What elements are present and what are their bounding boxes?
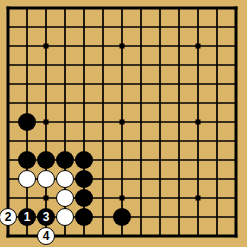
intersection-c2-r12[interactable]: 1 [18,208,37,227]
intersection-c2-r9[interactable] [18,151,37,170]
intersection-c5-r13[interactable] [75,227,94,246]
intersection-c4-r5[interactable] [56,75,75,94]
move-number-label: 3 [43,211,50,223]
intersection-c6-r7[interactable] [94,113,113,132]
intersection-c13-r4[interactable] [227,56,246,75]
intersection-c5-r2[interactable] [75,18,94,37]
intersection-c9-r2[interactable] [151,18,170,37]
intersection-c10-r11[interactable] [170,189,189,208]
intersection-c6-r8[interactable] [94,132,113,151]
intersection-c11-r9[interactable] [189,151,208,170]
move-number-label: 4 [43,230,50,242]
intersection-c3-r10[interactable] [37,170,56,189]
intersection-c10-r1[interactable] [170,0,189,18]
intersection-c1-r8[interactable] [0,132,18,151]
intersection-c3-r13[interactable]: 4 [37,227,56,246]
intersection-c7-r12[interactable] [113,208,132,227]
intersection-c1-r1[interactable] [0,0,18,18]
intersection-c5-r3[interactable] [75,37,94,56]
intersection-c9-r12[interactable] [151,208,170,227]
intersection-c10-r13[interactable] [170,227,189,246]
intersection-c9-r11[interactable] [151,189,170,208]
intersection-c9-r10[interactable] [151,170,170,189]
intersection-c12-r13[interactable] [208,227,227,246]
intersection-c13-r10[interactable] [227,170,246,189]
intersection-c4-r10[interactable] [56,170,75,189]
intersection-c4-r13[interactable] [56,227,75,246]
intersection-c7-r6[interactable] [113,94,132,113]
black-stone [113,208,131,226]
intersection-c3-r8[interactable] [37,132,56,151]
intersection-c8-r4[interactable] [132,56,151,75]
intersection-c13-r12[interactable] [227,208,246,227]
intersection-c3-r6[interactable] [37,94,56,113]
intersection-c3-r4[interactable] [37,56,56,75]
intersection-c1-r4[interactable] [0,56,18,75]
intersection-c9-r3[interactable] [151,37,170,56]
intersection-c5-r4[interactable] [75,56,94,75]
black-stone-move-1: 1 [18,208,36,226]
board-intersections: 2134 [0,0,246,246]
intersection-c11-r11[interactable] [189,189,208,208]
intersection-c5-r1[interactable] [75,0,94,18]
intersection-c10-r7[interactable] [170,113,189,132]
intersection-c7-r1[interactable] [113,0,132,18]
intersection-c8-r8[interactable] [132,132,151,151]
intersection-c6-r3[interactable] [94,37,113,56]
intersection-c8-r7[interactable] [132,113,151,132]
intersection-c1-r13[interactable] [0,227,18,246]
intersection-c12-r2[interactable] [208,18,227,37]
intersection-c10-r2[interactable] [170,18,189,37]
intersection-c1-r3[interactable] [0,37,18,56]
intersection-c9-r7[interactable] [151,113,170,132]
intersection-c8-r1[interactable] [132,0,151,18]
intersection-c10-r3[interactable] [170,37,189,56]
intersection-c8-r3[interactable] [132,37,151,56]
intersection-c6-r9[interactable] [94,151,113,170]
intersection-c4-r11[interactable] [56,189,75,208]
intersection-c3-r12[interactable]: 3 [37,208,56,227]
intersection-c10-r10[interactable] [170,170,189,189]
intersection-c11-r3[interactable] [189,37,208,56]
intersection-c8-r9[interactable] [132,151,151,170]
intersection-c6-r1[interactable] [94,0,113,18]
intersection-c2-r2[interactable] [18,18,37,37]
intersection-c11-r7[interactable] [189,113,208,132]
intersection-c7-r11[interactable] [113,189,132,208]
intersection-c10-r12[interactable] [170,208,189,227]
intersection-c4-r8[interactable] [56,132,75,151]
intersection-c10-r9[interactable] [170,151,189,170]
intersection-c8-r10[interactable] [132,170,151,189]
intersection-c6-r12[interactable] [94,208,113,227]
intersection-c2-r1[interactable] [18,0,37,18]
intersection-c4-r4[interactable] [56,56,75,75]
intersection-c9-r5[interactable] [151,75,170,94]
intersection-c6-r10[interactable] [94,170,113,189]
intersection-c2-r5[interactable] [18,75,37,94]
intersection-c2-r3[interactable] [18,37,37,56]
intersection-c8-r13[interactable] [132,227,151,246]
intersection-c5-r6[interactable] [75,94,94,113]
black-stone [37,151,55,169]
intersection-c13-r1[interactable] [227,0,246,18]
intersection-c13-r9[interactable] [227,151,246,170]
intersection-c2-r11[interactable] [18,189,37,208]
intersection-c12-r1[interactable] [208,0,227,18]
intersection-c4-r2[interactable] [56,18,75,37]
intersection-c11-r2[interactable] [189,18,208,37]
intersection-c12-r12[interactable] [208,208,227,227]
intersection-c8-r12[interactable] [132,208,151,227]
black-stone [18,151,36,169]
intersection-c6-r5[interactable] [94,75,113,94]
intersection-c12-r5[interactable] [208,75,227,94]
intersection-c6-r11[interactable] [94,189,113,208]
intersection-c11-r1[interactable] [189,0,208,18]
black-stone [18,113,36,131]
intersection-c13-r5[interactable] [227,75,246,94]
intersection-c9-r6[interactable] [151,94,170,113]
move-number-label: 2 [5,211,12,223]
intersection-c8-r5[interactable] [132,75,151,94]
intersection-c3-r1[interactable] [37,0,56,18]
intersection-c1-r10[interactable] [0,170,18,189]
black-stone-move-3: 3 [37,208,55,226]
intersection-c11-r12[interactable] [189,208,208,227]
intersection-c8-r11[interactable] [132,189,151,208]
intersection-c2-r10[interactable] [18,170,37,189]
intersection-c3-r9[interactable] [37,151,56,170]
intersection-c1-r7[interactable] [0,113,18,132]
intersection-c11-r10[interactable] [189,170,208,189]
black-stone [75,151,93,169]
intersection-c1-r11[interactable] [0,189,18,208]
intersection-c1-r2[interactable] [0,18,18,37]
intersection-c5-r7[interactable] [75,113,94,132]
intersection-c3-r2[interactable] [37,18,56,37]
intersection-c1-r12[interactable]: 2 [0,208,18,227]
intersection-c8-r6[interactable] [132,94,151,113]
intersection-c12-r11[interactable] [208,189,227,208]
intersection-c12-r9[interactable] [208,151,227,170]
intersection-c5-r8[interactable] [75,132,94,151]
intersection-c1-r5[interactable] [0,75,18,94]
intersection-c1-r9[interactable] [0,151,18,170]
intersection-c7-r10[interactable] [113,170,132,189]
white-stone-move-2: 2 [0,208,17,226]
white-stone [56,189,74,207]
intersection-c2-r13[interactable] [18,227,37,246]
intersection-c4-r1[interactable] [56,0,75,18]
intersection-c6-r6[interactable] [94,94,113,113]
intersection-c12-r3[interactable] [208,37,227,56]
intersection-c2-r6[interactable] [18,94,37,113]
intersection-c11-r4[interactable] [189,56,208,75]
white-stone-move-4: 4 [37,227,55,245]
intersection-c10-r5[interactable] [170,75,189,94]
intersection-c6-r4[interactable] [94,56,113,75]
black-stone [75,189,93,207]
intersection-c13-r2[interactable] [227,18,246,37]
intersection-c3-r7[interactable] [37,113,56,132]
intersection-c11-r6[interactable] [189,94,208,113]
intersection-c9-r8[interactable] [151,132,170,151]
intersection-c4-r12[interactable] [56,208,75,227]
intersection-c4-r9[interactable] [56,151,75,170]
intersection-c10-r4[interactable] [170,56,189,75]
intersection-c6-r2[interactable] [94,18,113,37]
intersection-c13-r11[interactable] [227,189,246,208]
intersection-c13-r3[interactable] [227,37,246,56]
intersection-c2-r4[interactable] [18,56,37,75]
intersection-c9-r1[interactable] [151,0,170,18]
intersection-c6-r13[interactable] [94,227,113,246]
intersection-c9-r13[interactable] [151,227,170,246]
black-stone [56,151,74,169]
white-stone [37,170,55,188]
intersection-c4-r3[interactable] [56,37,75,56]
intersection-c4-r6[interactable] [56,94,75,113]
intersection-c7-r7[interactable] [113,113,132,132]
black-stone [75,170,93,188]
intersection-c12-r10[interactable] [208,170,227,189]
intersection-c13-r7[interactable] [227,113,246,132]
intersection-c13-r8[interactable] [227,132,246,151]
intersection-c2-r8[interactable] [18,132,37,151]
intersection-c8-r2[interactable] [132,18,151,37]
intersection-c7-r9[interactable] [113,151,132,170]
intersection-c7-r4[interactable] [113,56,132,75]
intersection-c9-r4[interactable] [151,56,170,75]
intersection-c3-r11[interactable] [37,189,56,208]
intersection-c7-r8[interactable] [113,132,132,151]
intersection-c3-r5[interactable] [37,75,56,94]
intersection-c12-r6[interactable] [208,94,227,113]
intersection-c11-r5[interactable] [189,75,208,94]
intersection-c7-r5[interactable] [113,75,132,94]
black-stone [75,208,93,226]
intersection-c10-r8[interactable] [170,132,189,151]
white-stone [56,170,74,188]
intersection-c13-r6[interactable] [227,94,246,113]
intersection-c3-r3[interactable] [37,37,56,56]
intersection-c7-r2[interactable] [113,18,132,37]
intersection-c12-r4[interactable] [208,56,227,75]
intersection-c10-r6[interactable] [170,94,189,113]
intersection-c4-r7[interactable] [56,113,75,132]
intersection-c7-r3[interactable] [113,37,132,56]
intersection-c5-r12[interactable] [75,208,94,227]
intersection-c1-r6[interactable] [0,94,18,113]
intersection-c5-r10[interactable] [75,170,94,189]
intersection-c5-r5[interactable] [75,75,94,94]
go-board: 2134 [0,0,247,247]
white-stone [18,170,36,188]
move-number-label: 1 [24,211,31,223]
intersection-c2-r7[interactable] [18,113,37,132]
intersection-c9-r9[interactable] [151,151,170,170]
intersection-c5-r9[interactable] [75,151,94,170]
intersection-c7-r13[interactable] [113,227,132,246]
intersection-c12-r8[interactable] [208,132,227,151]
intersection-c5-r11[interactable] [75,189,94,208]
intersection-c11-r8[interactable] [189,132,208,151]
intersection-c11-r13[interactable] [189,227,208,246]
intersection-c12-r7[interactable] [208,113,227,132]
intersection-c13-r13[interactable] [227,227,246,246]
white-stone [56,208,74,226]
